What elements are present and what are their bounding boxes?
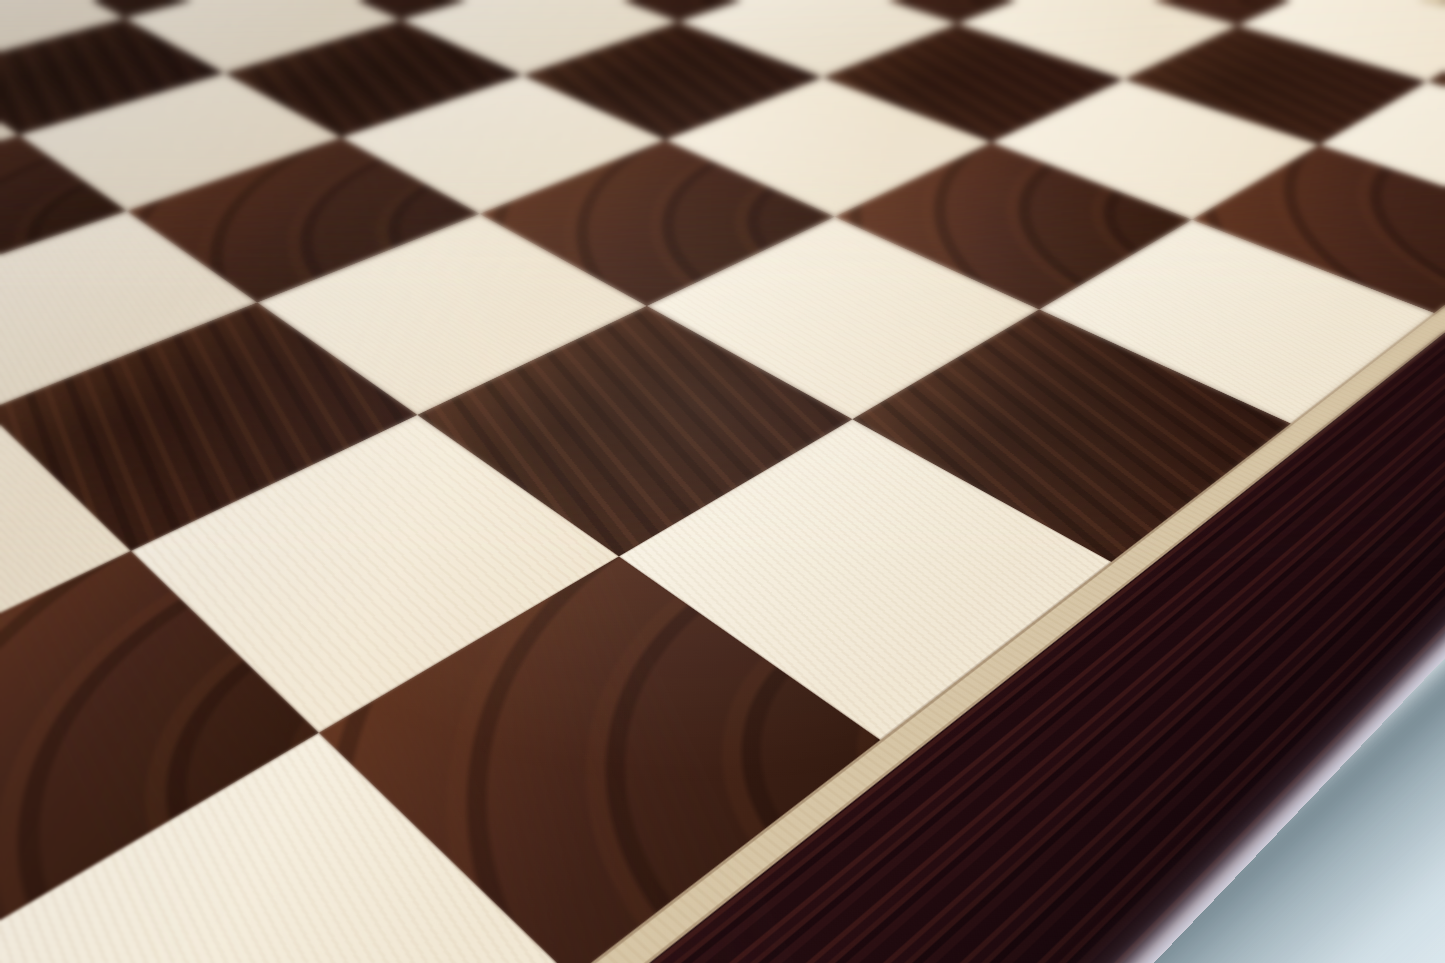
chess-board [0, 0, 1445, 963]
chessboard-product-photo [0, 0, 1445, 963]
